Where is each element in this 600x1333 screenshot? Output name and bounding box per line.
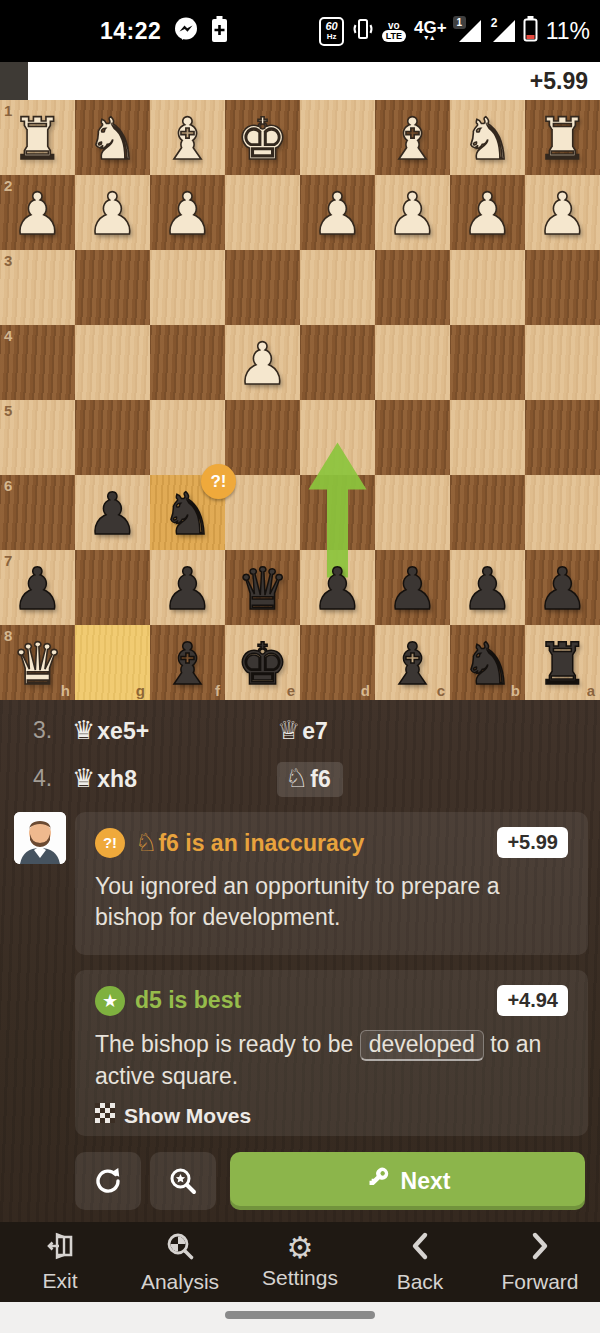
square-c8[interactable]: c♝ (375, 625, 450, 700)
square-h7[interactable]: 7♟ (0, 550, 75, 625)
move-number: 4. (0, 765, 72, 792)
square-h4[interactable]: 4 (0, 325, 75, 400)
move-number: 3. (0, 717, 72, 744)
square-g3[interactable] (75, 250, 150, 325)
square-d2[interactable]: ♟ (300, 175, 375, 250)
inaccuracy-move-badge: ?! (201, 464, 236, 499)
chevron-left-icon (409, 1231, 431, 1266)
inaccuracy-eval-pill: +5.99 (497, 827, 568, 858)
square-g1[interactable]: ♞ (75, 100, 150, 175)
square-c1[interactable]: ♝ (375, 100, 450, 175)
square-e2[interactable] (225, 175, 300, 250)
file-label: a (587, 682, 595, 699)
square-e1[interactable]: ♚ (225, 100, 300, 175)
square-b2[interactable]: ♟ (450, 175, 525, 250)
rank-label: 8 (4, 627, 12, 644)
rank-label: 7 (4, 552, 12, 569)
file-label: b (511, 682, 520, 699)
square-f8[interactable]: f♝ (150, 625, 225, 700)
piece-wK-e1[interactable]: ♚ (225, 100, 300, 175)
inaccuracy-title: ♘f6 is an inaccuracy (135, 828, 487, 857)
best-move-eval-pill: +4.94 (497, 985, 568, 1016)
rank-label: 3 (4, 252, 12, 269)
square-c6[interactable] (375, 475, 450, 550)
square-c4[interactable] (375, 325, 450, 400)
square-h3[interactable]: 3 (0, 250, 75, 325)
file-label: c (437, 682, 445, 699)
piece-wP-d2[interactable]: ♟ (300, 175, 375, 250)
piece-bP-c7[interactable]: ♟ (375, 550, 450, 625)
square-f7[interactable]: ♟ (150, 550, 225, 625)
move-row: 4. ♛xh8 ♘f6 (0, 754, 600, 802)
evaluation-bar-black-portion (0, 62, 28, 100)
piece-bP-b7[interactable]: ♟ (450, 550, 525, 625)
vibrate-icon (352, 16, 374, 46)
refresh-rate-icon: 60Hz (319, 17, 343, 46)
review-move-button[interactable] (150, 1152, 216, 1210)
square-c2[interactable]: ♟ (375, 175, 450, 250)
square-a6[interactable] (525, 475, 600, 550)
rank-label: 4 (4, 327, 12, 344)
square-a8[interactable]: a♜ (525, 625, 600, 700)
square-e7[interactable]: ♛ (225, 550, 300, 625)
inaccuracy-card: ?! ♘f6 is an inaccuracy +5.99 You ignore… (75, 812, 588, 955)
square-d5[interactable] (300, 400, 375, 475)
status-bar: 14:22 60Hz vo LTE 4G+ ▾▴ 1 (0, 0, 600, 62)
piece-wB-f1[interactable]: ♝ (150, 100, 225, 175)
square-e6[interactable] (225, 475, 300, 550)
white-move[interactable]: ♛xe5+ (72, 715, 277, 745)
best-move-title: d5 is best (135, 987, 487, 1014)
square-b1[interactable]: ♞ (450, 100, 525, 175)
square-a5[interactable] (525, 400, 600, 475)
nav-forward[interactable]: Forward (480, 1222, 600, 1302)
battery-percent: 11% (546, 18, 590, 45)
best-move-card: ★ d5 is best +4.94 The bishop is ready t… (75, 970, 588, 1136)
piece-bP-f7[interactable]: ♟ (150, 550, 225, 625)
piece-bP-d7[interactable]: ♟ (300, 550, 375, 625)
file-label: g (136, 682, 145, 699)
square-f2[interactable]: ♟ (150, 175, 225, 250)
nav-back-label: Back (397, 1270, 444, 1294)
square-e4[interactable]: ♟ (225, 325, 300, 400)
rank-label: 5 (4, 402, 12, 419)
piece-wP-g2[interactable]: ♟ (75, 175, 150, 250)
bottom-nav: Exit Analysis ⚙ Settings Back (0, 1222, 600, 1302)
square-g6[interactable]: ♟ (75, 475, 150, 550)
square-a3[interactable] (525, 250, 600, 325)
square-d7[interactable]: ♟ (300, 550, 375, 625)
piece-wP-e4[interactable]: ♟ (225, 325, 300, 400)
nav-settings[interactable]: ⚙ Settings (240, 1222, 360, 1302)
rank-label: 2 (4, 177, 12, 194)
app-screen: 14:22 60Hz vo LTE 4G+ ▾▴ 1 (0, 0, 600, 1333)
square-e3[interactable] (225, 250, 300, 325)
home-indicator[interactable] (225, 1311, 375, 1319)
evaluation-score: +5.99 (530, 62, 588, 100)
retry-button[interactable] (75, 1152, 141, 1210)
piece-bQ-e7[interactable]: ♛ (225, 550, 300, 625)
nav-exit-label: Exit (42, 1269, 77, 1293)
square-g5[interactable] (75, 400, 150, 475)
retry-icon (93, 1166, 123, 1196)
piece-bP-g6[interactable]: ♟ (75, 475, 150, 550)
volte-icon: vo LTE (382, 21, 406, 42)
square-g7[interactable] (75, 550, 150, 625)
piece-wP-a2[interactable]: ♟ (525, 175, 600, 250)
piece-bP-a7[interactable]: ♟ (525, 550, 600, 625)
gesture-bar-area (0, 1302, 600, 1333)
square-a1[interactable]: ♜ (525, 100, 600, 175)
glossary-term-chip[interactable]: developed (360, 1030, 484, 1061)
inaccuracy-description: You ignored an opportunity to prepare a … (95, 871, 568, 933)
square-d8[interactable]: d (300, 625, 375, 700)
best-move-description: The bishop is ready to be developed to a… (95, 1029, 568, 1092)
white-move[interactable]: ♛xh8 (72, 763, 277, 793)
square-b3[interactable] (450, 250, 525, 325)
battery-saver-icon (211, 16, 228, 47)
status-right: 60Hz vo LTE 4G+ ▾▴ 1 2 11% (319, 16, 590, 46)
nav-settings-label: Settings (262, 1266, 338, 1290)
square-g4[interactable] (75, 325, 150, 400)
show-moves-button[interactable]: Show Moves (95, 1103, 568, 1128)
best-move-card-header: ★ d5 is best +4.94 (95, 985, 568, 1016)
square-a2[interactable]: ♟ (525, 175, 600, 250)
square-c3[interactable] (375, 250, 450, 325)
controls-row: Next (75, 1152, 585, 1210)
signal-sim2-icon: 2 (489, 18, 515, 44)
square-f3[interactable] (150, 250, 225, 325)
show-moves-label: Show Moves (124, 1104, 251, 1128)
battery-low-icon (523, 16, 538, 46)
square-b5[interactable] (450, 400, 525, 475)
nav-forward-label: Forward (501, 1270, 578, 1294)
piece-wR-a1[interactable]: ♜ (525, 100, 600, 175)
piece-bB-f8[interactable]: ♝ (150, 625, 225, 700)
square-b7[interactable]: ♟ (450, 550, 525, 625)
square-g8[interactable]: g (75, 625, 150, 700)
piece-wP-f2[interactable]: ♟ (150, 175, 225, 250)
knight-figurine: ♘ (135, 828, 157, 857)
square-h1[interactable]: 1♜ (0, 100, 75, 175)
clock: 14:22 (100, 18, 161, 45)
gear-icon: ⚙ (287, 1234, 314, 1262)
square-f1[interactable]: ♝ (150, 100, 225, 175)
magnifier-analysis-icon (165, 1231, 195, 1266)
file-label: e (287, 682, 295, 699)
evaluation-bar: +5.99 (0, 62, 600, 100)
nav-analysis-label: Analysis (141, 1270, 219, 1294)
square-d3[interactable] (300, 250, 375, 325)
next-button[interactable]: Next (230, 1152, 585, 1210)
square-e5[interactable] (225, 400, 300, 475)
piece-wN-b1[interactable]: ♞ (450, 100, 525, 175)
next-button-label: Next (401, 1168, 451, 1195)
square-c7[interactable]: ♟ (375, 550, 450, 625)
square-b6[interactable] (450, 475, 525, 550)
black-move[interactable]: ♕e7 (277, 715, 328, 745)
best-move-star-icon: ★ (95, 986, 125, 1016)
square-a4[interactable] (525, 325, 600, 400)
messenger-icon (173, 16, 199, 46)
square-d4[interactable] (300, 325, 375, 400)
file-label: d (361, 682, 370, 699)
piece-wP-c2[interactable]: ♟ (375, 175, 450, 250)
key-icon (365, 1165, 391, 1197)
square-a7[interactable]: ♟ (525, 550, 600, 625)
square-c5[interactable] (375, 400, 450, 475)
square-g2[interactable]: ♟ (75, 175, 150, 250)
inaccuracy-badge-icon: ?! (95, 828, 125, 858)
magnifier-star-icon (168, 1166, 198, 1196)
move-list: 3. ♛xe5+ ♕e7 4. ♛xh8 ♘f6 (0, 706, 600, 802)
square-b4[interactable] (450, 325, 525, 400)
chevron-right-icon (529, 1231, 551, 1266)
square-h5[interactable]: 5 (0, 400, 75, 475)
exit-door-icon (45, 1232, 75, 1265)
player-avatar (14, 812, 66, 864)
file-label: h (61, 682, 70, 699)
square-h8[interactable]: 8h♛ (0, 625, 75, 700)
analysis-panel: 3. ♛xe5+ ♕e7 4. ♛xh8 ♘f6 ?! ♘f6 (0, 700, 600, 1333)
square-h2[interactable]: 2♟ (0, 175, 75, 250)
piece-wB-c1[interactable]: ♝ (375, 100, 450, 175)
nav-exit[interactable]: Exit (0, 1222, 120, 1302)
inaccuracy-card-header: ?! ♘f6 is an inaccuracy +5.99 (95, 827, 568, 858)
move-row: 3. ♛xe5+ ♕e7 (0, 706, 600, 754)
black-move[interactable]: ♘f6 (277, 763, 343, 793)
file-label: f (215, 682, 220, 699)
square-d6[interactable] (300, 475, 375, 550)
square-b8[interactable]: b♞ (450, 625, 525, 700)
rank-label: 1 (4, 102, 12, 119)
square-d1[interactable] (300, 100, 375, 175)
piece-wP-b2[interactable]: ♟ (450, 175, 525, 250)
nav-back[interactable]: Back (360, 1222, 480, 1302)
nav-analysis[interactable]: Analysis (120, 1222, 240, 1302)
network-4g-icon: 4G+ ▾▴ (414, 21, 447, 41)
best-move-text-pre: The bishop is ready to be (95, 1031, 360, 1057)
square-f4[interactable] (150, 325, 225, 400)
square-e8[interactable]: e♚ (225, 625, 300, 700)
signal-sim1-icon: 1 (455, 18, 481, 44)
chess-board: 1♜♞♝♚♝♞♜2♟♟♟♟♟♟♟34♟56♟♞7♟♟♛♟♟♟♟8h♛gf♝e♚d… (0, 100, 600, 700)
square-h6[interactable]: 6 (0, 475, 75, 550)
checkerboard-icon (95, 1103, 115, 1128)
rank-label: 6 (4, 477, 12, 494)
piece-wN-g1[interactable]: ♞ (75, 100, 150, 175)
status-left: 14:22 (100, 16, 228, 47)
